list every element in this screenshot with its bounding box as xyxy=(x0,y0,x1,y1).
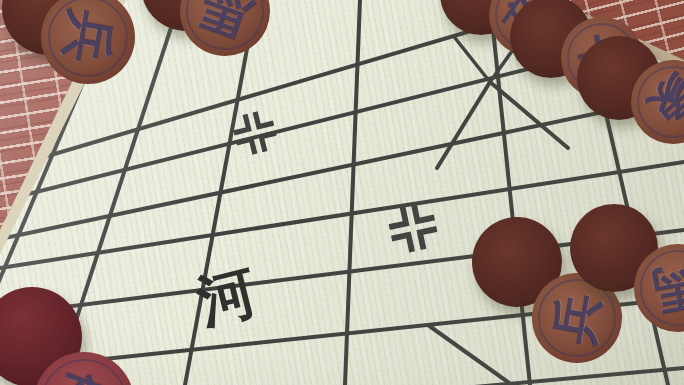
piece-character: 象 xyxy=(640,69,684,135)
xiangqi-piece-卒[interactable]: 卒 xyxy=(12,328,156,385)
xiangqi-piece-馬[interactable]: 馬 xyxy=(612,220,684,356)
piece-character: 卒 xyxy=(48,366,120,385)
point-marker xyxy=(389,204,437,252)
piece-character: 兵 xyxy=(548,289,606,347)
river-label: 河 xyxy=(190,257,264,337)
piece-character: 兵 xyxy=(58,7,119,68)
piece-face: 馬 xyxy=(180,0,270,56)
xiangqi-photo-scene: 河 兵馬卒士象兵馬卒 xyxy=(0,0,684,385)
piece-face: 兵 xyxy=(41,0,135,84)
point-marker xyxy=(233,111,276,154)
xiangqi-piece-兵[interactable]: 兵 xyxy=(19,0,157,108)
xiangqi-piece-象[interactable]: 象 xyxy=(609,36,684,168)
piece-character: 馬 xyxy=(649,259,684,316)
piece-character: 馬 xyxy=(193,0,258,43)
xiangqi-piece-馬[interactable]: 馬 xyxy=(158,0,292,80)
